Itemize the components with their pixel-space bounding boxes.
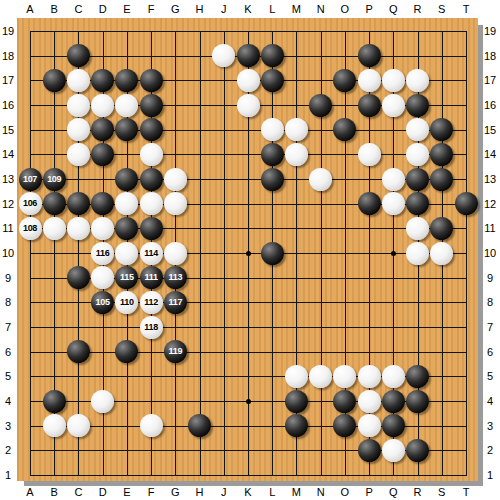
stone-white-R17[interactable] bbox=[406, 69, 429, 92]
row-label-left: 4 bbox=[5, 395, 11, 407]
stone-black-D14[interactable] bbox=[91, 143, 114, 166]
grid-line-horizontal bbox=[30, 327, 467, 328]
column-label-top: T bbox=[463, 3, 470, 15]
stone-white-Q12[interactable] bbox=[382, 192, 405, 215]
column-label-bottom: O bbox=[341, 486, 350, 498]
column-label-bottom: S bbox=[438, 486, 445, 498]
column-label-top: B bbox=[51, 3, 58, 15]
stone-white-R10[interactable] bbox=[406, 242, 429, 265]
column-label-bottom: B bbox=[51, 486, 58, 498]
stone-black-F16[interactable] bbox=[140, 94, 163, 117]
move-number-label: 112 bbox=[144, 298, 158, 307]
stone-white-G12[interactable] bbox=[164, 192, 187, 215]
stone-white-F7[interactable]: 118 bbox=[140, 316, 163, 339]
row-label-right: 18 bbox=[484, 50, 496, 62]
row-label-left: 14 bbox=[2, 148, 14, 160]
column-label-bottom: C bbox=[74, 486, 82, 498]
row-label-right: 11 bbox=[484, 222, 495, 234]
row-label-right: 1 bbox=[487, 469, 493, 481]
stone-black-L17[interactable] bbox=[261, 69, 284, 92]
column-label-top: F bbox=[148, 3, 155, 15]
star-point-K4 bbox=[246, 399, 251, 404]
row-label-right: 10 bbox=[484, 247, 496, 259]
stone-black-F11[interactable] bbox=[140, 217, 163, 240]
row-label-left: 7 bbox=[5, 321, 11, 333]
stone-black-Q4[interactable] bbox=[382, 390, 405, 413]
stone-black-O4[interactable] bbox=[333, 390, 356, 413]
stone-black-C12[interactable] bbox=[67, 192, 90, 215]
stone-white-M5[interactable] bbox=[285, 365, 308, 388]
stone-white-L15[interactable] bbox=[261, 118, 284, 141]
stone-white-B11[interactable] bbox=[43, 217, 66, 240]
stone-white-S10[interactable] bbox=[430, 242, 453, 265]
grid-line-vertical bbox=[466, 31, 467, 476]
column-label-bottom: F bbox=[148, 486, 155, 498]
column-label-top: D bbox=[99, 3, 107, 15]
stone-white-Q13[interactable] bbox=[382, 168, 405, 191]
stone-black-T12[interactable] bbox=[455, 192, 478, 215]
stone-black-B12[interactable] bbox=[43, 192, 66, 215]
stone-white-A11[interactable]: 108 bbox=[19, 217, 42, 240]
row-label-left: 11 bbox=[2, 222, 13, 234]
row-label-right: 15 bbox=[484, 124, 496, 136]
stone-black-S11[interactable] bbox=[430, 217, 453, 240]
move-number-label: 115 bbox=[120, 273, 134, 282]
column-label-bottom: L bbox=[269, 486, 275, 498]
stone-black-M4[interactable] bbox=[285, 390, 308, 413]
row-label-left: 9 bbox=[5, 272, 11, 284]
row-label-left: 10 bbox=[2, 247, 14, 259]
stone-white-D4[interactable] bbox=[91, 390, 114, 413]
row-label-right: 2 bbox=[487, 444, 493, 456]
stone-white-P5[interactable] bbox=[358, 365, 381, 388]
stone-white-N5[interactable] bbox=[309, 365, 332, 388]
row-label-right: 4 bbox=[487, 395, 493, 407]
row-label-right: 13 bbox=[484, 173, 496, 185]
row-label-right: 7 bbox=[487, 321, 493, 333]
stone-white-R11[interactable] bbox=[406, 217, 429, 240]
column-label-bottom: G bbox=[171, 486, 180, 498]
stone-white-G13[interactable] bbox=[164, 168, 187, 191]
column-label-bottom: Q bbox=[389, 486, 398, 498]
stone-black-L18[interactable] bbox=[261, 44, 284, 67]
row-label-right: 19 bbox=[484, 25, 496, 37]
stone-black-K18[interactable] bbox=[237, 44, 260, 67]
stone-black-G8[interactable]: 117 bbox=[164, 291, 187, 314]
stone-white-P3[interactable] bbox=[358, 414, 381, 437]
row-label-right: 16 bbox=[484, 99, 496, 111]
column-label-top: A bbox=[26, 3, 33, 15]
column-label-bottom: T bbox=[463, 486, 470, 498]
stone-black-S14[interactable] bbox=[430, 143, 453, 166]
stone-black-G9[interactable]: 113 bbox=[164, 266, 187, 289]
row-label-left: 16 bbox=[2, 99, 14, 111]
move-number-label: 119 bbox=[169, 347, 183, 356]
column-label-bottom: J bbox=[221, 486, 227, 498]
stone-white-C17[interactable] bbox=[67, 69, 90, 92]
stone-white-Q17[interactable] bbox=[382, 69, 405, 92]
move-number-label: 118 bbox=[144, 323, 158, 332]
stone-black-B17[interactable] bbox=[43, 69, 66, 92]
stone-black-P18[interactable] bbox=[358, 44, 381, 67]
stone-black-R4[interactable] bbox=[406, 390, 429, 413]
row-label-left: 12 bbox=[2, 198, 14, 210]
stone-white-P14[interactable] bbox=[358, 143, 381, 166]
stone-black-Q3[interactable] bbox=[382, 414, 405, 437]
stone-white-E10[interactable] bbox=[115, 242, 138, 265]
row-label-left: 19 bbox=[2, 25, 14, 37]
stone-black-C18[interactable] bbox=[67, 44, 90, 67]
row-label-right: 12 bbox=[484, 198, 496, 210]
stone-black-F13[interactable] bbox=[140, 168, 163, 191]
stone-white-Q16[interactable] bbox=[382, 94, 405, 117]
stone-white-M15[interactable] bbox=[285, 118, 308, 141]
row-label-left: 8 bbox=[5, 296, 11, 308]
stone-white-P17[interactable] bbox=[358, 69, 381, 92]
row-label-left: 2 bbox=[5, 444, 11, 456]
stone-black-P16[interactable] bbox=[358, 94, 381, 117]
stone-black-E13[interactable] bbox=[115, 168, 138, 191]
stone-black-B4[interactable] bbox=[43, 390, 66, 413]
stone-black-P12[interactable] bbox=[358, 192, 381, 215]
column-label-bottom: R bbox=[414, 486, 422, 498]
stone-white-C16[interactable] bbox=[67, 94, 90, 117]
stone-white-A12[interactable]: 106 bbox=[19, 192, 42, 215]
move-number-label: 111 bbox=[145, 273, 158, 282]
stone-black-L13[interactable] bbox=[261, 168, 284, 191]
row-label-right: 17 bbox=[484, 74, 496, 86]
stone-black-R2[interactable] bbox=[406, 439, 429, 462]
stone-black-L10[interactable] bbox=[261, 242, 284, 265]
row-label-right: 14 bbox=[484, 148, 496, 160]
column-label-top: O bbox=[341, 3, 350, 15]
row-label-left: 15 bbox=[2, 124, 14, 136]
stone-black-N16[interactable] bbox=[309, 94, 332, 117]
stone-white-Q2[interactable] bbox=[382, 439, 405, 462]
row-label-left: 17 bbox=[2, 74, 14, 86]
row-label-left: 18 bbox=[2, 50, 14, 62]
row-label-left: 5 bbox=[5, 370, 11, 382]
stone-white-F14[interactable] bbox=[140, 143, 163, 166]
column-label-top: N bbox=[317, 3, 325, 15]
grid-line-horizontal bbox=[30, 475, 467, 476]
stone-white-C15[interactable] bbox=[67, 118, 90, 141]
column-label-top: P bbox=[365, 3, 372, 15]
column-label-top: J bbox=[221, 3, 227, 15]
column-label-bottom: P bbox=[365, 486, 372, 498]
column-label-top: L bbox=[269, 3, 275, 15]
stone-white-C11[interactable] bbox=[67, 217, 90, 240]
column-label-bottom: M bbox=[292, 486, 301, 498]
move-number-label: 109 bbox=[47, 175, 61, 184]
row-label-left: 1 bbox=[5, 469, 11, 481]
move-number-label: 110 bbox=[120, 298, 134, 307]
move-number-label: 114 bbox=[144, 249, 158, 258]
row-label-right: 5 bbox=[487, 370, 493, 382]
stone-black-R13[interactable] bbox=[406, 168, 429, 191]
move-number-label: 116 bbox=[96, 249, 110, 258]
column-label-bottom: D bbox=[99, 486, 107, 498]
stone-black-R16[interactable] bbox=[406, 94, 429, 117]
move-number-label: 117 bbox=[169, 298, 183, 307]
stone-black-D8[interactable]: 105 bbox=[91, 291, 114, 314]
row-label-right: 8 bbox=[487, 296, 493, 308]
row-label-right: 9 bbox=[487, 272, 493, 284]
stone-white-P4[interactable] bbox=[358, 390, 381, 413]
stone-white-M14[interactable] bbox=[285, 143, 308, 166]
column-label-bottom: H bbox=[196, 486, 204, 498]
star-point-K10 bbox=[246, 251, 251, 256]
stone-white-D16[interactable] bbox=[91, 94, 114, 117]
stone-black-G6[interactable]: 119 bbox=[164, 340, 187, 363]
stone-white-F3[interactable] bbox=[140, 414, 163, 437]
stone-white-F10[interactable]: 114 bbox=[140, 242, 163, 265]
column-label-bottom: K bbox=[244, 486, 251, 498]
column-label-top: E bbox=[123, 3, 130, 15]
stone-white-Q5[interactable] bbox=[382, 365, 405, 388]
move-number-label: 113 bbox=[169, 273, 183, 282]
stone-white-R14[interactable] bbox=[406, 143, 429, 166]
stone-black-F17[interactable] bbox=[140, 69, 163, 92]
grid-line-horizontal bbox=[30, 352, 467, 353]
row-label-left: 3 bbox=[5, 420, 11, 432]
stone-white-C14[interactable] bbox=[67, 143, 90, 166]
stone-white-D11[interactable] bbox=[91, 217, 114, 240]
stone-black-S13[interactable] bbox=[430, 168, 453, 191]
column-label-bottom: N bbox=[317, 486, 325, 498]
move-number-label: 106 bbox=[23, 199, 37, 208]
column-label-bottom: A bbox=[26, 486, 33, 498]
move-number-label: 105 bbox=[96, 298, 110, 307]
stone-black-M3[interactable] bbox=[285, 414, 308, 437]
row-label-right: 6 bbox=[487, 346, 493, 358]
stone-black-C9[interactable] bbox=[67, 266, 90, 289]
column-label-top: S bbox=[438, 3, 445, 15]
column-label-top: C bbox=[74, 3, 82, 15]
stone-white-N13[interactable] bbox=[309, 168, 332, 191]
column-label-top: Q bbox=[389, 3, 398, 15]
go-board-diagram: AABBCCDDEEFFGGHHJJKKLLMMNNOOPPQQRRSSTT19… bbox=[0, 0, 500, 500]
row-label-left: 6 bbox=[5, 346, 11, 358]
stone-black-A13[interactable]: 107 bbox=[19, 168, 42, 191]
row-label-left: 13 bbox=[2, 173, 14, 185]
stone-black-D17[interactable] bbox=[91, 69, 114, 92]
column-label-top: R bbox=[414, 3, 422, 15]
stone-white-G10[interactable] bbox=[164, 242, 187, 265]
stone-white-D10[interactable]: 116 bbox=[91, 242, 114, 265]
stone-white-E16[interactable] bbox=[115, 94, 138, 117]
move-number-label: 107 bbox=[23, 175, 37, 184]
column-label-top: K bbox=[244, 3, 251, 15]
stone-black-F15[interactable] bbox=[140, 118, 163, 141]
column-label-bottom: E bbox=[123, 486, 130, 498]
row-label-right: 3 bbox=[487, 420, 493, 432]
column-label-top: G bbox=[171, 3, 180, 15]
stone-black-P2[interactable] bbox=[358, 439, 381, 462]
stone-white-K17[interactable] bbox=[237, 69, 260, 92]
stone-white-F8[interactable]: 112 bbox=[140, 291, 163, 314]
stone-black-L14[interactable] bbox=[261, 143, 284, 166]
column-label-top: H bbox=[196, 3, 204, 15]
stone-white-C3[interactable] bbox=[67, 414, 90, 437]
stone-white-F12[interactable] bbox=[140, 192, 163, 215]
stone-black-F9[interactable]: 111 bbox=[140, 266, 163, 289]
stone-black-B13[interactable]: 109 bbox=[43, 168, 66, 191]
move-number-label: 108 bbox=[23, 224, 37, 233]
column-label-top: M bbox=[292, 3, 301, 15]
stone-white-K16[interactable] bbox=[237, 94, 260, 117]
stone-black-C6[interactable] bbox=[67, 340, 90, 363]
stone-white-B3[interactable] bbox=[43, 414, 66, 437]
stone-black-R5[interactable] bbox=[406, 365, 429, 388]
